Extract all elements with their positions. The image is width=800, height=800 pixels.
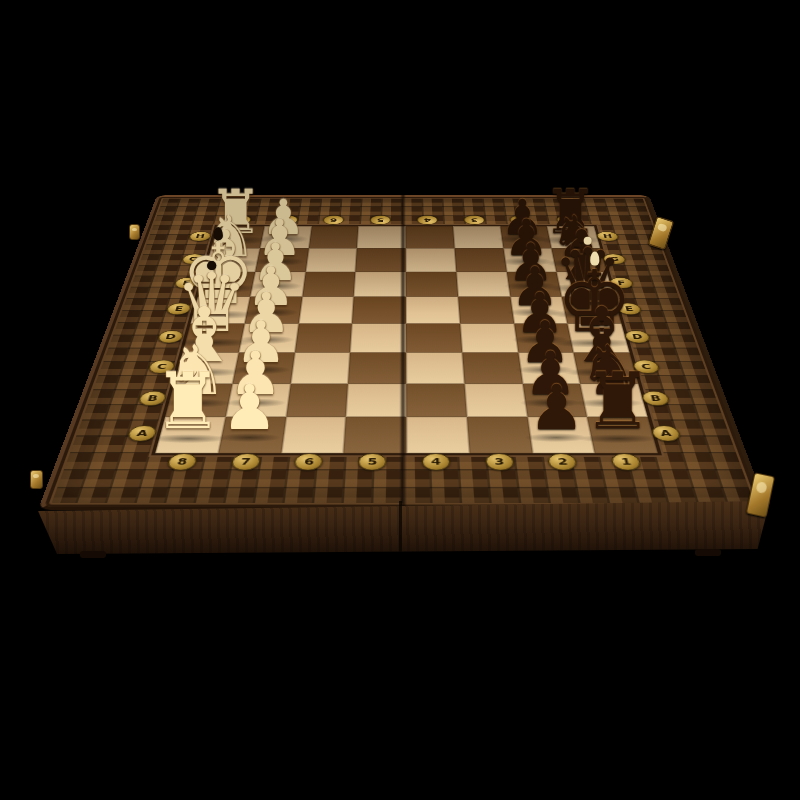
piece-glyph: ♜ (153, 363, 223, 441)
square[interactable] (406, 248, 456, 271)
square[interactable] (460, 324, 518, 353)
square[interactable] (298, 297, 354, 324)
king-finial-icon (590, 252, 599, 266)
square[interactable] (456, 272, 510, 297)
brass-pin-icon (129, 224, 140, 240)
square[interactable] (406, 297, 460, 324)
queen-finial-icon (584, 237, 593, 246)
piece-glyph: ♜ (583, 363, 653, 441)
square[interactable] (305, 248, 357, 271)
piece-black-rook[interactable]: ♜ (583, 363, 653, 441)
square[interactable] (453, 226, 503, 248)
square[interactable] (454, 248, 506, 271)
rank-label-near: 4 (422, 453, 451, 470)
square[interactable] (357, 226, 406, 248)
piece-white-pawn[interactable]: ♟ (222, 377, 278, 439)
square[interactable] (462, 352, 522, 383)
rank-label-far: 3 (463, 215, 485, 224)
square[interactable] (406, 383, 466, 417)
square[interactable] (406, 226, 455, 248)
square[interactable] (302, 272, 356, 297)
piece-black-pawn[interactable]: ♟ (529, 377, 585, 439)
square[interactable] (352, 297, 406, 324)
fold-seam (399, 195, 406, 510)
piece-glyph: ♟ (529, 377, 585, 439)
piece-glyph: ♟ (222, 377, 278, 439)
square[interactable] (356, 248, 406, 271)
rank-label-far: 4 (417, 215, 438, 224)
square[interactable] (286, 383, 349, 417)
square[interactable] (350, 324, 406, 353)
square[interactable] (406, 324, 462, 353)
board-foot (695, 549, 721, 556)
square[interactable] (344, 417, 407, 453)
square[interactable] (354, 272, 406, 297)
brass-pin-icon (30, 470, 43, 489)
square[interactable] (290, 352, 350, 383)
queen-finial-icon (207, 262, 216, 271)
square[interactable] (308, 226, 358, 248)
square[interactable] (281, 417, 346, 453)
piece-white-rook[interactable]: ♜ (153, 363, 223, 441)
board-foot (80, 551, 106, 558)
square[interactable] (464, 383, 527, 417)
square[interactable] (406, 417, 469, 453)
square[interactable] (348, 352, 406, 383)
photo-stage: HHGGFFEEDDCCBBAA8877665544332211 ♜♞♝♚♛♝♞… (0, 0, 800, 800)
square[interactable] (458, 297, 514, 324)
square[interactable] (406, 272, 458, 297)
king-finial-icon (214, 227, 223, 240)
square[interactable] (294, 324, 352, 353)
square[interactable] (467, 417, 532, 453)
square[interactable] (406, 352, 464, 383)
square[interactable] (346, 383, 406, 417)
base-fold-seam (399, 501, 402, 552)
